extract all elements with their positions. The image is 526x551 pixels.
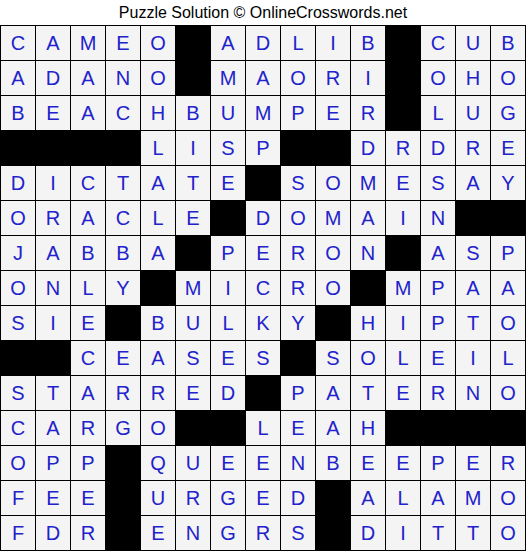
letter-cell-r9c2: I bbox=[36, 306, 70, 340]
letter-cell-r11c12: E bbox=[386, 376, 420, 410]
letter-cell-r6c2: R bbox=[36, 201, 70, 235]
letter-cell-r15c14: T bbox=[456, 516, 490, 550]
letter-cell-r11c15: O bbox=[491, 376, 525, 410]
puzzle-solution-page: Puzzle Solution © OnlineCrosswords.net C… bbox=[0, 0, 526, 551]
letter-cell-r7c13: A bbox=[421, 236, 455, 270]
letter-cell-r13c13: P bbox=[421, 446, 455, 480]
letter-cell-r7c10: O bbox=[316, 236, 350, 270]
letter-cell-r5c14: A bbox=[456, 166, 490, 200]
letter-cell-r15c5: E bbox=[141, 516, 175, 550]
letter-cell-r5c1: D bbox=[1, 166, 35, 200]
block-cell-r4c3 bbox=[71, 131, 105, 165]
letter-cell-r7c8: E bbox=[246, 236, 280, 270]
letter-cell-r5c13: S bbox=[421, 166, 455, 200]
letter-cell-r7c3: B bbox=[71, 236, 105, 270]
letter-cell-r1c5: O bbox=[141, 26, 175, 60]
block-cell-r11c8 bbox=[246, 376, 280, 410]
letter-cell-r7c15: P bbox=[491, 236, 525, 270]
letter-cell-r13c2: P bbox=[36, 446, 70, 480]
block-cell-r4c1 bbox=[1, 131, 35, 165]
letter-cell-r1c10: I bbox=[316, 26, 350, 60]
letter-cell-r5c2: I bbox=[36, 166, 70, 200]
letter-cell-r2c4: N bbox=[106, 61, 140, 95]
letter-cell-r4c7: S bbox=[211, 131, 245, 165]
letter-cell-r14c12: L bbox=[386, 481, 420, 515]
block-cell-r2c6 bbox=[176, 61, 210, 95]
letter-cell-r11c9: P bbox=[281, 376, 315, 410]
letter-cell-r12c3: R bbox=[71, 411, 105, 445]
letter-cell-r14c9: D bbox=[281, 481, 315, 515]
letter-cell-r11c3: A bbox=[71, 376, 105, 410]
letter-cell-r10c10: S bbox=[316, 341, 350, 375]
letter-cell-r12c11: H bbox=[351, 411, 385, 445]
letter-cell-r13c15: R bbox=[491, 446, 525, 480]
letter-cell-r13c9: N bbox=[281, 446, 315, 480]
letter-cell-r1c15: B bbox=[491, 26, 525, 60]
letter-cell-r13c7: E bbox=[211, 446, 245, 480]
block-cell-r4c10 bbox=[316, 131, 350, 165]
letter-cell-r15c1: F bbox=[1, 516, 35, 550]
letter-cell-r10c6: S bbox=[176, 341, 210, 375]
letter-cell-r3c6: B bbox=[176, 96, 210, 130]
letter-cell-r2c14: H bbox=[456, 61, 490, 95]
letter-cell-r1c14: U bbox=[456, 26, 490, 60]
letter-cell-r15c3: R bbox=[71, 516, 105, 550]
letter-cell-r12c2: A bbox=[36, 411, 70, 445]
letter-cell-r6c11: A bbox=[351, 201, 385, 235]
letter-cell-r8c15: A bbox=[491, 271, 525, 305]
block-cell-r8c11 bbox=[351, 271, 385, 305]
letter-cell-r15c13: T bbox=[421, 516, 455, 550]
letter-cell-r5c6: T bbox=[176, 166, 210, 200]
letter-cell-r15c15: O bbox=[491, 516, 525, 550]
letter-cell-r3c10: E bbox=[316, 96, 350, 130]
block-cell-r8c5 bbox=[141, 271, 175, 305]
block-cell-r10c1 bbox=[1, 341, 35, 375]
block-cell-r12c15 bbox=[491, 411, 525, 445]
letter-cell-r7c4: B bbox=[106, 236, 140, 270]
letter-cell-r12c9: E bbox=[281, 411, 315, 445]
letter-cell-r9c14: T bbox=[456, 306, 490, 340]
letter-cell-r10c4: E bbox=[106, 341, 140, 375]
block-cell-r13c4 bbox=[106, 446, 140, 480]
letter-cell-r7c14: S bbox=[456, 236, 490, 270]
letter-cell-r8c12: M bbox=[386, 271, 420, 305]
letter-cell-r5c7: E bbox=[211, 166, 245, 200]
block-cell-r2c12 bbox=[386, 61, 420, 95]
letter-cell-r7c2: A bbox=[36, 236, 70, 270]
letter-cell-r13c12: E bbox=[386, 446, 420, 480]
block-cell-r9c4 bbox=[106, 306, 140, 340]
letter-cell-r13c10: B bbox=[316, 446, 350, 480]
letter-cell-r10c13: E bbox=[421, 341, 455, 375]
block-cell-r14c10 bbox=[316, 481, 350, 515]
letter-cell-r5c10: O bbox=[316, 166, 350, 200]
letter-cell-r11c6: E bbox=[176, 376, 210, 410]
letter-cell-r2c9: O bbox=[281, 61, 315, 95]
letter-cell-r6c3: A bbox=[71, 201, 105, 235]
letter-cell-r12c5: O bbox=[141, 411, 175, 445]
letter-cell-r10c14: I bbox=[456, 341, 490, 375]
letter-cell-r14c7: G bbox=[211, 481, 245, 515]
letter-cell-r11c5: R bbox=[141, 376, 175, 410]
letter-cell-r8c1: O bbox=[1, 271, 35, 305]
crossword-grid: CAMEOADLIBCUBADANOMAORIOHOBEACHBUMPERLUG… bbox=[0, 25, 526, 551]
letter-cell-r15c12: I bbox=[386, 516, 420, 550]
letter-cell-r6c10: M bbox=[316, 201, 350, 235]
letter-cell-r6c1: O bbox=[1, 201, 35, 235]
letter-cell-r2c7: M bbox=[211, 61, 245, 95]
block-cell-r4c4 bbox=[106, 131, 140, 165]
letter-cell-r4c8: P bbox=[246, 131, 280, 165]
letter-cell-r9c8: K bbox=[246, 306, 280, 340]
letter-cell-r12c4: G bbox=[106, 411, 140, 445]
letter-cell-r2c3: A bbox=[71, 61, 105, 95]
block-cell-r15c4 bbox=[106, 516, 140, 550]
letter-cell-r10c7: E bbox=[211, 341, 245, 375]
letter-cell-r2c8: A bbox=[246, 61, 280, 95]
letter-cell-r11c1: S bbox=[1, 376, 35, 410]
block-cell-r9c10 bbox=[316, 306, 350, 340]
block-cell-r15c10 bbox=[316, 516, 350, 550]
letter-cell-r2c5: O bbox=[141, 61, 175, 95]
letter-cell-r14c11: A bbox=[351, 481, 385, 515]
letter-cell-r10c12: L bbox=[386, 341, 420, 375]
block-cell-r10c2 bbox=[36, 341, 70, 375]
letter-cell-r10c3: C bbox=[71, 341, 105, 375]
letter-cell-r8c2: N bbox=[36, 271, 70, 305]
block-cell-r12c6 bbox=[176, 411, 210, 445]
letter-cell-r4c5: L bbox=[141, 131, 175, 165]
letter-cell-r9c12: I bbox=[386, 306, 420, 340]
letter-cell-r7c9: R bbox=[281, 236, 315, 270]
letter-cell-r5c9: S bbox=[281, 166, 315, 200]
letter-cell-r6c12: I bbox=[386, 201, 420, 235]
letter-cell-r9c7: L bbox=[211, 306, 245, 340]
block-cell-r3c12 bbox=[386, 96, 420, 130]
letter-cell-r3c7: U bbox=[211, 96, 245, 130]
letter-cell-r2c15: O bbox=[491, 61, 525, 95]
block-cell-r14c4 bbox=[106, 481, 140, 515]
letter-cell-r6c6: E bbox=[176, 201, 210, 235]
letter-cell-r14c1: F bbox=[1, 481, 35, 515]
letter-cell-r6c8: D bbox=[246, 201, 280, 235]
letter-cell-r10c5: A bbox=[141, 341, 175, 375]
letter-cell-r2c1: A bbox=[1, 61, 35, 95]
letter-cell-r14c13: A bbox=[421, 481, 455, 515]
letter-cell-r10c15: L bbox=[491, 341, 525, 375]
letter-cell-r14c5: U bbox=[141, 481, 175, 515]
letter-cell-r14c6: R bbox=[176, 481, 210, 515]
letter-cell-r7c11: N bbox=[351, 236, 385, 270]
letter-cell-r3c13: L bbox=[421, 96, 455, 130]
letter-cell-r11c10: A bbox=[316, 376, 350, 410]
letter-cell-r1c11: B bbox=[351, 26, 385, 60]
letter-cell-r4c14: R bbox=[456, 131, 490, 165]
letter-cell-r13c1: O bbox=[1, 446, 35, 480]
letter-cell-r3c2: E bbox=[36, 96, 70, 130]
letter-cell-r15c7: G bbox=[211, 516, 245, 550]
letter-cell-r8c13: P bbox=[421, 271, 455, 305]
letter-cell-r8c8: C bbox=[246, 271, 280, 305]
letter-cell-r14c8: E bbox=[246, 481, 280, 515]
letter-cell-r13c3: P bbox=[71, 446, 105, 480]
letter-cell-r6c5: L bbox=[141, 201, 175, 235]
letter-cell-r9c6: U bbox=[176, 306, 210, 340]
letter-cell-r10c11: O bbox=[351, 341, 385, 375]
letter-cell-r8c4: Y bbox=[106, 271, 140, 305]
letter-cell-r8c6: M bbox=[176, 271, 210, 305]
letter-cell-r5c12: E bbox=[386, 166, 420, 200]
letter-cell-r13c14: E bbox=[456, 446, 490, 480]
letter-cell-r2c11: I bbox=[351, 61, 385, 95]
letter-cell-r7c7: P bbox=[211, 236, 245, 270]
letter-cell-r11c13: R bbox=[421, 376, 455, 410]
block-cell-r5c8 bbox=[246, 166, 280, 200]
block-cell-r4c9 bbox=[281, 131, 315, 165]
block-cell-r6c14 bbox=[456, 201, 490, 235]
block-cell-r7c12 bbox=[386, 236, 420, 270]
letter-cell-r11c7: D bbox=[211, 376, 245, 410]
letter-cell-r4c15: E bbox=[491, 131, 525, 165]
letter-cell-r14c2: E bbox=[36, 481, 70, 515]
letter-cell-r3c8: M bbox=[246, 96, 280, 130]
block-cell-r6c7 bbox=[211, 201, 245, 235]
letter-cell-r4c11: D bbox=[351, 131, 385, 165]
letter-cell-r15c2: D bbox=[36, 516, 70, 550]
letter-cell-r9c5: B bbox=[141, 306, 175, 340]
letter-cell-r15c6: N bbox=[176, 516, 210, 550]
letter-cell-r12c8: L bbox=[246, 411, 280, 445]
letter-cell-r11c2: T bbox=[36, 376, 70, 410]
letter-cell-r15c8: R bbox=[246, 516, 280, 550]
block-cell-r6c15 bbox=[491, 201, 525, 235]
letter-cell-r15c11: D bbox=[351, 516, 385, 550]
letter-cell-r8c14: A bbox=[456, 271, 490, 305]
letter-cell-r14c3: E bbox=[71, 481, 105, 515]
letter-cell-r9c9: Y bbox=[281, 306, 315, 340]
letter-cell-r12c10: A bbox=[316, 411, 350, 445]
letter-cell-r9c15: O bbox=[491, 306, 525, 340]
letter-cell-r1c8: D bbox=[246, 26, 280, 60]
letter-cell-r12c1: C bbox=[1, 411, 35, 445]
letter-cell-r6c9: O bbox=[281, 201, 315, 235]
letter-cell-r7c1: J bbox=[1, 236, 35, 270]
letter-cell-r8c7: I bbox=[211, 271, 245, 305]
letter-cell-r9c11: H bbox=[351, 306, 385, 340]
letter-cell-r3c5: H bbox=[141, 96, 175, 130]
block-cell-r12c7 bbox=[211, 411, 245, 445]
block-cell-r12c12 bbox=[386, 411, 420, 445]
letter-cell-r3c9: P bbox=[281, 96, 315, 130]
letter-cell-r13c6: U bbox=[176, 446, 210, 480]
letter-cell-r8c3: L bbox=[71, 271, 105, 305]
letter-cell-r9c1: S bbox=[1, 306, 35, 340]
letter-cell-r11c4: R bbox=[106, 376, 140, 410]
letter-cell-r14c15: O bbox=[491, 481, 525, 515]
letter-cell-r2c13: O bbox=[421, 61, 455, 95]
letter-cell-r5c4: T bbox=[106, 166, 140, 200]
block-cell-r7c6 bbox=[176, 236, 210, 270]
letter-cell-r5c11: M bbox=[351, 166, 385, 200]
letter-cell-r3c4: C bbox=[106, 96, 140, 130]
letter-cell-r6c4: C bbox=[106, 201, 140, 235]
letter-cell-r14c14: M bbox=[456, 481, 490, 515]
letter-cell-r4c13: D bbox=[421, 131, 455, 165]
letter-cell-r3c1: B bbox=[1, 96, 35, 130]
letter-cell-r6c13: N bbox=[421, 201, 455, 235]
block-cell-r10c9 bbox=[281, 341, 315, 375]
letter-cell-r1c3: M bbox=[71, 26, 105, 60]
letter-cell-r13c8: E bbox=[246, 446, 280, 480]
letter-cell-r1c2: A bbox=[36, 26, 70, 60]
block-cell-r12c14 bbox=[456, 411, 490, 445]
letter-cell-r9c13: P bbox=[421, 306, 455, 340]
letter-cell-r11c11: T bbox=[351, 376, 385, 410]
letter-cell-r15c9: S bbox=[281, 516, 315, 550]
letter-cell-r11c14: N bbox=[456, 376, 490, 410]
letter-cell-r7c5: A bbox=[141, 236, 175, 270]
letter-cell-r3c3: A bbox=[71, 96, 105, 130]
letter-cell-r2c2: D bbox=[36, 61, 70, 95]
block-cell-r4c2 bbox=[36, 131, 70, 165]
letter-cell-r3c14: U bbox=[456, 96, 490, 130]
letter-cell-r8c9: R bbox=[281, 271, 315, 305]
block-cell-r1c12 bbox=[386, 26, 420, 60]
block-cell-r1c6 bbox=[176, 26, 210, 60]
letter-cell-r1c1: C bbox=[1, 26, 35, 60]
letter-cell-r4c12: R bbox=[386, 131, 420, 165]
letter-cell-r5c15: Y bbox=[491, 166, 525, 200]
letter-cell-r9c3: E bbox=[71, 306, 105, 340]
letter-cell-r8c10: O bbox=[316, 271, 350, 305]
letter-cell-r2c10: R bbox=[316, 61, 350, 95]
letter-cell-r3c11: R bbox=[351, 96, 385, 130]
letter-cell-r1c13: C bbox=[421, 26, 455, 60]
letter-cell-r1c7: A bbox=[211, 26, 245, 60]
letter-cell-r13c5: Q bbox=[141, 446, 175, 480]
block-cell-r12c13 bbox=[421, 411, 455, 445]
letter-cell-r10c8: S bbox=[246, 341, 280, 375]
letter-cell-r1c4: E bbox=[106, 26, 140, 60]
page-title: Puzzle Solution © OnlineCrosswords.net bbox=[0, 0, 526, 25]
letter-cell-r4c6: I bbox=[176, 131, 210, 165]
letter-cell-r13c11: E bbox=[351, 446, 385, 480]
letter-cell-r3c15: G bbox=[491, 96, 525, 130]
letter-cell-r5c3: C bbox=[71, 166, 105, 200]
letter-cell-r1c9: L bbox=[281, 26, 315, 60]
letter-cell-r5c5: A bbox=[141, 166, 175, 200]
